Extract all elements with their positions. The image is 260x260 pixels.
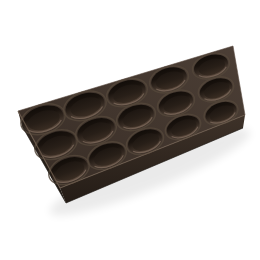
muffin-tray-illustration [0, 0, 260, 260]
product-photo [0, 0, 260, 260]
